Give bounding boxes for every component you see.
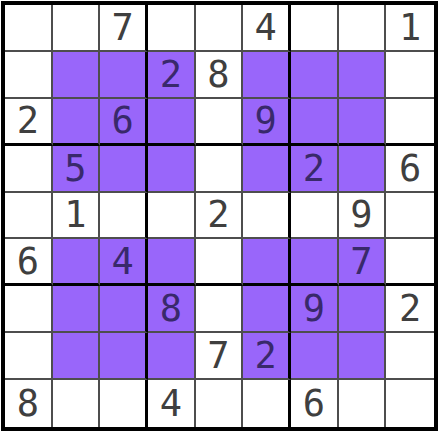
cell-r7c5[interactable] — [196, 286, 244, 333]
cell-r6c9[interactable] — [386, 239, 434, 286]
cell-r2c8[interactable] — [339, 52, 387, 99]
cell-r6c7[interactable] — [291, 239, 339, 286]
cell-r9c6[interactable] — [243, 380, 291, 427]
cell-r1c2[interactable] — [53, 5, 101, 52]
cell-r1c3[interactable]: 7 — [100, 5, 148, 52]
cell-r9c8[interactable] — [339, 380, 387, 427]
cell-r8c1[interactable] — [5, 333, 53, 380]
cell-r4c1[interactable] — [5, 146, 53, 193]
cell-r2c9[interactable] — [386, 52, 434, 99]
cell-r5c9[interactable] — [386, 193, 434, 240]
cell-r2c2[interactable] — [53, 52, 101, 99]
cell-r3c3[interactable]: 6 — [100, 99, 148, 146]
cell-r5c5[interactable]: 2 — [196, 193, 244, 240]
cell-r1c1[interactable] — [5, 5, 53, 52]
cell-r1c7[interactable] — [291, 5, 339, 52]
cell-r4c6[interactable] — [243, 146, 291, 193]
sudoku-board: 7412826952612964789272846 — [1, 1, 438, 431]
cell-r8c2[interactable] — [53, 333, 101, 380]
cell-r8c9[interactable] — [386, 333, 434, 380]
cell-r5c7[interactable] — [291, 193, 339, 240]
cell-r3c1[interactable]: 2 — [5, 99, 53, 146]
cell-r6c5[interactable] — [196, 239, 244, 286]
cell-r1c8[interactable] — [339, 5, 387, 52]
cell-r9c7[interactable]: 6 — [291, 380, 339, 427]
cell-r9c5[interactable] — [196, 380, 244, 427]
cell-r6c1[interactable]: 6 — [5, 239, 53, 286]
cell-r3c4[interactable] — [148, 99, 196, 146]
cell-r3c5[interactable] — [196, 99, 244, 146]
cell-r7c6[interactable] — [243, 286, 291, 333]
cell-r6c8[interactable]: 7 — [339, 239, 387, 286]
cell-r7c8[interactable] — [339, 286, 387, 333]
cell-r2c1[interactable] — [5, 52, 53, 99]
cell-r9c2[interactable] — [53, 380, 101, 427]
cell-r6c2[interactable] — [53, 239, 101, 286]
cell-r5c4[interactable] — [148, 193, 196, 240]
cell-r8c5[interactable]: 7 — [196, 333, 244, 380]
cell-r3c2[interactable] — [53, 99, 101, 146]
cell-r2c3[interactable] — [100, 52, 148, 99]
cell-r2c6[interactable] — [243, 52, 291, 99]
cell-r9c9[interactable] — [386, 380, 434, 427]
cell-r1c9[interactable]: 1 — [386, 5, 434, 52]
cell-r5c1[interactable] — [5, 193, 53, 240]
cell-r8c6[interactable]: 2 — [243, 333, 291, 380]
cell-r4c8[interactable] — [339, 146, 387, 193]
cell-r7c2[interactable] — [53, 286, 101, 333]
cell-r2c5[interactable]: 8 — [196, 52, 244, 99]
cell-r7c9[interactable]: 2 — [386, 286, 434, 333]
cell-r4c3[interactable] — [100, 146, 148, 193]
cell-r3c7[interactable] — [291, 99, 339, 146]
cell-r5c3[interactable] — [100, 193, 148, 240]
cell-r7c7[interactable]: 9 — [291, 286, 339, 333]
cell-r2c7[interactable] — [291, 52, 339, 99]
cell-r5c8[interactable]: 9 — [339, 193, 387, 240]
cell-r8c4[interactable] — [148, 333, 196, 380]
cell-r7c3[interactable] — [100, 286, 148, 333]
cell-r2c4[interactable]: 2 — [148, 52, 196, 99]
cell-r4c2[interactable]: 5 — [53, 146, 101, 193]
cell-r8c8[interactable] — [339, 333, 387, 380]
cell-r3c8[interactable] — [339, 99, 387, 146]
cell-r5c2[interactable]: 1 — [53, 193, 101, 240]
cell-r4c5[interactable] — [196, 146, 244, 193]
cell-r9c4[interactable]: 4 — [148, 380, 196, 427]
cell-r4c7[interactable]: 2 — [291, 146, 339, 193]
cell-r1c5[interactable] — [196, 5, 244, 52]
cell-r1c6[interactable]: 4 — [243, 5, 291, 52]
cell-r8c7[interactable] — [291, 333, 339, 380]
cell-r9c3[interactable] — [100, 380, 148, 427]
cell-r7c1[interactable] — [5, 286, 53, 333]
cell-r3c6[interactable]: 9 — [243, 99, 291, 146]
cell-r3c9[interactable] — [386, 99, 434, 146]
cell-r6c4[interactable] — [148, 239, 196, 286]
cell-r9c1[interactable]: 8 — [5, 380, 53, 427]
cell-r8c3[interactable] — [100, 333, 148, 380]
cell-r6c6[interactable] — [243, 239, 291, 286]
cell-r5c6[interactable] — [243, 193, 291, 240]
cell-r1c4[interactable] — [148, 5, 196, 52]
cell-r4c4[interactable] — [148, 146, 196, 193]
cell-r6c3[interactable]: 4 — [100, 239, 148, 286]
cell-r4c9[interactable]: 6 — [386, 146, 434, 193]
cell-r7c4[interactable]: 8 — [148, 286, 196, 333]
